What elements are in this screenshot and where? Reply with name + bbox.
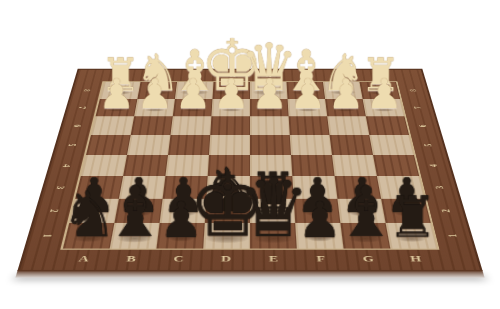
square-h5[interactable] [369,135,414,155]
square-c5[interactable] [168,135,210,155]
square-e5[interactable] [250,135,291,155]
file-label-bottom-d: D [221,254,232,264]
square-h6[interactable] [366,116,409,135]
rank-label-left-4: 4 [61,164,74,167]
square-b5[interactable] [127,135,170,155]
square-a6[interactable] [91,116,134,135]
file-label-bottom-h: H [409,254,423,264]
chess-board: AABBCCDDEEFFGGHH1122334455667788♜♞♝♚♛♝♞♜… [20,70,480,270]
square-d6[interactable] [210,116,250,135]
piece-black-rook-h1[interactable]: ♜ [361,189,462,245]
square-c6[interactable] [170,116,211,135]
square-g6[interactable] [327,116,369,135]
square-e6[interactable] [250,116,290,135]
file-label-bottom-a: A [78,254,91,264]
rank-label-right-5: 5 [421,144,434,147]
file-label-bottom-e: E [269,254,279,264]
file-label-bottom-g: G [362,254,375,264]
piece-white-pawn-h7[interactable]: ♟ [342,74,426,115]
file-label-bottom-f: F [316,254,326,264]
rank-label-left-5: 5 [66,144,79,147]
square-a5[interactable] [86,135,131,155]
square-d5[interactable] [209,135,250,155]
rank-label-right-6: 6 [416,124,428,127]
file-label-bottom-b: B [126,254,137,264]
rank-label-left-6: 6 [72,124,84,127]
square-b6[interactable] [131,116,173,135]
square-f5[interactable] [290,135,332,155]
file-label-bottom-c: C [173,254,185,264]
square-f6[interactable] [289,116,330,135]
square-g5[interactable] [330,135,373,155]
photo-background: AABBCCDDEEFFGGHH1122334455667788♜♞♝♚♛♝♞♜… [0,0,500,309]
